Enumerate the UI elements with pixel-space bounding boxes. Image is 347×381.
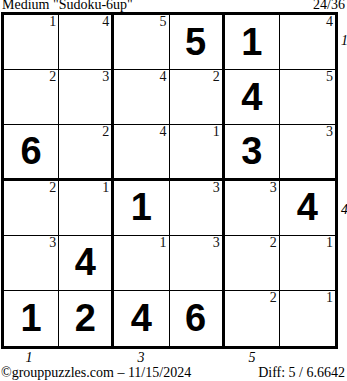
difficulty-text: Diff: 5 / 6.6642 [258,366,345,380]
cell-r1c1[interactable]: 1 [4,15,59,70]
cell-r4c1[interactable]: 2 [4,181,59,236]
cell-value [4,181,58,235]
sudoku-board: 1 4 5 5 1 4 2 3 4 2 4 5 6 2 4 1 3 3 2 1 … [1,12,338,349]
cell-r6c2[interactable]: 2 [59,291,114,346]
cell-r5c2[interactable]: 4 [59,236,114,291]
cell-value [280,291,335,346]
cell-value [280,15,335,69]
cell-r3c6[interactable]: 3 [280,125,335,180]
puzzle-counter: 24/36 [313,0,345,12]
cell-r1c3[interactable]: 5 [114,15,169,70]
cell-value: 4 [225,70,279,124]
cell-value: 5 [170,15,222,69]
cell-value [280,236,335,290]
cell-r5c1[interactable]: 3 [4,236,59,291]
cell-value: 4 [114,291,168,346]
cell-value [114,70,168,124]
cell-r1c5[interactable]: 1 [225,15,280,70]
cell-r2c6[interactable]: 5 [280,70,335,125]
cell-value [59,125,111,177]
cell-value [225,181,279,235]
cell-value [280,125,335,177]
cell-value [59,70,111,124]
cell-r2c4[interactable]: 2 [170,70,225,125]
cell-value: 3 [225,125,279,177]
cell-r4c5[interactable]: 3 [225,181,280,236]
cell-value: 1 [114,181,168,235]
cell-r3c4[interactable]: 1 [170,125,225,180]
cell-r4c3[interactable]: 1 [114,181,169,236]
page-title: Medium "Sudoku-6up" [2,0,133,12]
cell-value [170,236,222,290]
cell-value: 1 [4,291,58,346]
cell-r6c3[interactable]: 4 [114,291,169,346]
cell-r5c4[interactable]: 3 [170,236,225,291]
cell-value: 6 [4,125,58,177]
cell-r2c3[interactable]: 4 [114,70,169,125]
cell-value [280,70,335,124]
copyright-date-text: ©grouppuzzles.com – 11/15/2024 [1,366,191,380]
cell-value [114,125,168,177]
cell-value [114,15,168,69]
row-label-1: 1 [341,34,347,48]
cell-r4c2[interactable]: 1 [59,181,114,236]
cell-value [59,181,111,235]
col-label-1: 1 [19,351,39,365]
cell-r3c1[interactable]: 6 [4,125,59,180]
cell-r2c2[interactable]: 3 [59,70,114,125]
cell-r4c4[interactable]: 3 [170,181,225,236]
cell-value [114,236,168,290]
cell-r1c6[interactable]: 4 [280,15,335,70]
cell-r6c1[interactable]: 1 [4,291,59,346]
cell-r3c5[interactable]: 3 [225,125,280,180]
cell-value: 1 [225,15,279,69]
row-label-4: 4 [341,203,347,217]
cell-value [225,236,279,290]
cell-r2c1[interactable]: 2 [4,70,59,125]
cell-r2c5[interactable]: 4 [225,70,280,125]
cell-value: 4 [59,236,111,290]
cell-value [170,181,222,235]
col-label-5: 5 [242,351,262,365]
cell-value: 4 [280,181,335,235]
cell-r6c4[interactable]: 6 [170,291,225,346]
cell-r5c6[interactable]: 1 [280,236,335,291]
cell-value: 6 [170,291,222,346]
cell-value [225,291,279,346]
cell-r6c5[interactable]: 2 [225,291,280,346]
cell-value [4,236,58,290]
cell-r3c3[interactable]: 4 [114,125,169,180]
cell-value [4,15,58,69]
cell-value: 2 [59,291,111,346]
cell-value [170,70,222,124]
cell-r5c3[interactable]: 1 [114,236,169,291]
cell-r6c6[interactable]: 1 [280,291,335,346]
cell-value [170,125,222,177]
cell-r1c4[interactable]: 5 [170,15,225,70]
cell-r5c5[interactable]: 2 [225,236,280,291]
cell-r4c6[interactable]: 4 [280,181,335,236]
cell-value [59,15,111,69]
cell-r3c2[interactable]: 2 [59,125,114,180]
cell-r1c2[interactable]: 4 [59,15,114,70]
cell-value [4,70,58,124]
col-label-3: 3 [131,351,151,365]
